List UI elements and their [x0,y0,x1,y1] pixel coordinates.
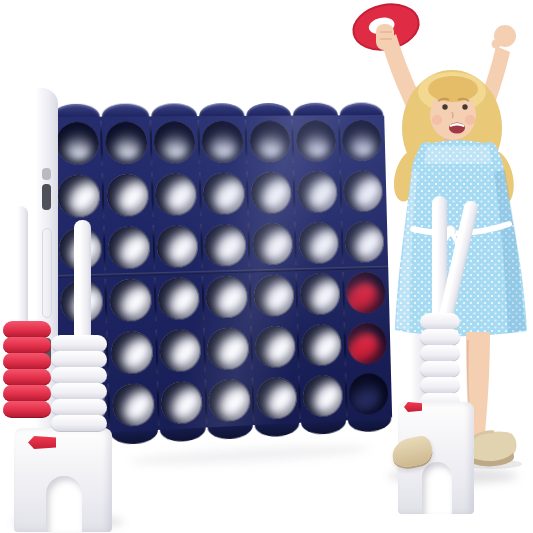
cell-r1c5 [246,116,294,168]
cell-r5c5 [251,320,299,373]
scallop-bump [159,428,205,443]
cell-r1c4 [198,116,247,168]
cell-r2c5 [247,167,295,219]
empty-hole [161,381,203,425]
cell-r3c5 [248,218,296,271]
empty-hole [158,277,200,321]
left-post-groove [42,228,52,318]
cell-r4c2 [105,273,155,327]
cell-r4c5 [250,269,298,322]
empty-hole [108,226,151,270]
empty-hole [55,122,99,166]
red-ring [3,401,51,418]
white-ring [420,329,460,346]
scallop-bump [111,430,158,445]
white-ring [51,335,107,352]
empty-hole [206,275,248,318]
empty-hole [155,173,198,216]
left-pole-back [12,206,28,328]
empty-hole [105,121,148,164]
cell-r5c2 [107,325,157,379]
empty-hole [57,174,101,218]
scallop-bump [102,104,149,117]
left-foot-arch [46,476,82,532]
empty-hole [153,121,196,164]
white-ring [51,383,107,400]
scallop-bump [207,425,253,440]
red-ring [3,321,51,338]
white-ring [420,313,460,330]
empty-hole [253,274,294,317]
red-ring [3,369,51,386]
empty-hole [112,383,155,428]
empty-hole [256,376,297,420]
cell-r6c2 [108,378,158,433]
left-red-ring-stack [3,322,51,418]
cell-r1c2 [101,116,151,169]
scallop-bump [246,103,291,116]
white-ring [420,361,460,378]
empty-hole [203,172,245,215]
empty-hole [110,330,153,374]
girl-hand [376,24,394,50]
cell-r2c1 [53,169,104,223]
cell-r1c1 [52,117,103,170]
empty-hole [201,121,243,164]
empty-hole [156,225,199,268]
red-ring [3,385,51,402]
left-foot [14,428,112,532]
scallop-bump [255,423,300,438]
empty-hole [159,329,201,373]
cell-r3c3 [153,220,203,273]
empty-hole [250,172,291,215]
cell-r2c3 [151,168,201,221]
girl-face [428,76,478,140]
cell-r4c4 [202,271,251,324]
white-ring [51,399,107,416]
empty-hole [249,120,290,162]
right-foot-arch [422,462,452,514]
cell-r2c4 [199,167,248,220]
cell-r2c2 [103,169,153,222]
scallop-bump [151,103,198,116]
left-post-slot-upper [42,184,51,210]
red-ring [3,337,51,354]
scallop-bump [52,104,100,117]
left-post-slot-small [42,168,51,180]
cell-r6c3 [157,376,206,430]
product-photo-scene [0,0,533,533]
cell-r5c3 [156,324,205,378]
white-ring [420,345,460,362]
cell-r1c3 [150,116,200,169]
empty-hole [252,223,293,266]
white-ring [51,367,107,384]
empty-hole [106,174,149,218]
empty-hole [204,224,246,267]
scallop-bump [199,103,245,116]
cell-r5c4 [204,322,253,376]
cell-r6c5 [252,372,300,426]
dress-bodice [424,146,492,164]
red-ring [3,353,51,370]
left-white-ring-stack [51,336,107,432]
white-ring [51,351,107,368]
empty-hole [209,378,251,422]
cell-r6c4 [205,374,254,428]
white-ring [420,377,460,394]
empty-hole [109,278,152,322]
empty-hole [207,327,249,371]
girl-bangs [428,76,478,102]
white-ring [51,415,107,432]
empty-hole [254,325,295,368]
left-pole-front [74,220,91,342]
cell-r3c4 [201,219,250,272]
right-white-ring-stack [420,314,460,410]
cell-r4c3 [154,272,203,326]
cell-r3c2 [104,221,154,275]
